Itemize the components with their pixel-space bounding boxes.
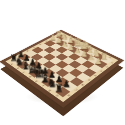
coord-rank-4: 4 <box>93 75 97 77</box>
board-frame: abcdefgh abcdefgh 12345678 12345678 ♜♞♝♛… <box>0 30 124 108</box>
coord-rank-7: 7 <box>73 89 77 92</box>
product-photo[interactable]: abcdefgh abcdefgh 12345678 12345678 ♜♞♝♛… <box>0 0 125 125</box>
coord-rank-2: 2 <box>105 66 108 68</box>
coord-rank-6: 6 <box>80 84 84 87</box>
coord-file-f: f <box>41 85 44 87</box>
coord-rank-1: 1 <box>110 62 113 64</box>
chess-board: abcdefgh abcdefgh 12345678 12345678 ♜♞♝♛… <box>0 30 124 108</box>
coord-rank-5: 5 <box>87 79 91 82</box>
coord-rank-3: 3 <box>99 70 103 72</box>
coord-rank-8: 8 <box>66 94 70 97</box>
scene: abcdefgh abcdefgh 12345678 12345678 ♜♞♝♛… <box>0 0 125 125</box>
